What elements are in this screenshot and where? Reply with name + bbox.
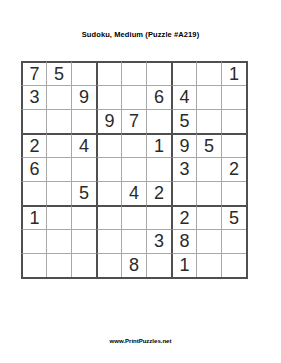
cell-r7c3[interactable] bbox=[71, 205, 96, 229]
cell-r8c1[interactable] bbox=[21, 229, 46, 253]
cell-r6c2[interactable] bbox=[46, 181, 71, 205]
cell-r4c3[interactable]: 4 bbox=[71, 133, 96, 157]
cell-r1c4[interactable] bbox=[96, 61, 121, 85]
cell-r2c8[interactable] bbox=[196, 85, 221, 109]
cell-r5c2[interactable] bbox=[46, 157, 71, 181]
cell-r3c3[interactable] bbox=[71, 109, 96, 133]
footer-url: www.PrintPuzzles.net bbox=[0, 338, 281, 344]
puzzle-title: Sudoku, Medium (Puzzle #A219) bbox=[0, 30, 281, 39]
cell-r1c6[interactable] bbox=[146, 61, 171, 85]
cell-r9c9[interactable] bbox=[221, 253, 246, 277]
cell-r5c8[interactable] bbox=[196, 157, 221, 181]
cell-r4c4[interactable] bbox=[96, 133, 121, 157]
cell-r6c5[interactable]: 4 bbox=[121, 181, 146, 205]
cell-r8c7[interactable]: 8 bbox=[171, 229, 196, 253]
cell-r8c3[interactable] bbox=[71, 229, 96, 253]
cell-r9c4[interactable] bbox=[96, 253, 121, 277]
cell-r8c9[interactable] bbox=[221, 229, 246, 253]
cell-r4c8[interactable]: 5 bbox=[196, 133, 221, 157]
cell-r5c7[interactable]: 3 bbox=[171, 157, 196, 181]
cell-r5c4[interactable] bbox=[96, 157, 121, 181]
cell-r3c9[interactable] bbox=[221, 109, 246, 133]
cell-r2c6[interactable]: 6 bbox=[146, 85, 171, 109]
cell-r5c5[interactable] bbox=[121, 157, 146, 181]
cell-r8c5[interactable] bbox=[121, 229, 146, 253]
cell-r8c6[interactable]: 3 bbox=[146, 229, 171, 253]
cell-r3c8[interactable] bbox=[196, 109, 221, 133]
cell-r2c5[interactable] bbox=[121, 85, 146, 109]
cell-r8c2[interactable] bbox=[46, 229, 71, 253]
cell-r6c6[interactable]: 2 bbox=[146, 181, 171, 205]
cell-r7c7[interactable]: 2 bbox=[171, 205, 196, 229]
cell-r6c3[interactable]: 5 bbox=[71, 181, 96, 205]
cell-r7c8[interactable] bbox=[196, 205, 221, 229]
cell-r4c1[interactable]: 2 bbox=[21, 133, 46, 157]
cell-r1c1[interactable]: 7 bbox=[21, 61, 46, 85]
cell-r1c5[interactable] bbox=[121, 61, 146, 85]
cell-r1c8[interactable] bbox=[196, 61, 221, 85]
cell-r3c5[interactable]: 7 bbox=[121, 109, 146, 133]
cell-r5c3[interactable] bbox=[71, 157, 96, 181]
cell-r7c6[interactable] bbox=[146, 205, 171, 229]
cell-r7c5[interactable] bbox=[121, 205, 146, 229]
cell-r8c8[interactable] bbox=[196, 229, 221, 253]
cell-r7c1[interactable]: 1 bbox=[21, 205, 46, 229]
cell-r1c2[interactable]: 5 bbox=[46, 61, 71, 85]
cell-r6c8[interactable] bbox=[196, 181, 221, 205]
cell-r4c5[interactable] bbox=[121, 133, 146, 157]
cell-r5c9[interactable]: 2 bbox=[221, 157, 246, 181]
cell-r6c1[interactable] bbox=[21, 181, 46, 205]
cell-r3c4[interactable]: 9 bbox=[96, 109, 121, 133]
cell-r5c1[interactable]: 6 bbox=[21, 157, 46, 181]
cell-r2c2[interactable] bbox=[46, 85, 71, 109]
sudoku-board: 7513964975241956325421253881 bbox=[21, 61, 248, 279]
cell-r3c1[interactable] bbox=[21, 109, 46, 133]
cell-r9c6[interactable] bbox=[146, 253, 171, 277]
cell-r3c2[interactable] bbox=[46, 109, 71, 133]
cell-r1c9[interactable]: 1 bbox=[221, 61, 246, 85]
cell-r6c7[interactable] bbox=[171, 181, 196, 205]
cell-r1c3[interactable] bbox=[71, 61, 96, 85]
cell-r2c7[interactable]: 4 bbox=[171, 85, 196, 109]
cell-r3c7[interactable]: 5 bbox=[171, 109, 196, 133]
cell-r9c2[interactable] bbox=[46, 253, 71, 277]
page: Sudoku, Medium (Puzzle #A219) 7513964975… bbox=[0, 0, 281, 363]
cell-r2c4[interactable] bbox=[96, 85, 121, 109]
cell-r9c3[interactable] bbox=[71, 253, 96, 277]
cell-r6c4[interactable] bbox=[96, 181, 121, 205]
cell-r2c9[interactable] bbox=[221, 85, 246, 109]
cell-r4c6[interactable]: 1 bbox=[146, 133, 171, 157]
cell-r9c5[interactable]: 8 bbox=[121, 253, 146, 277]
cell-r8c4[interactable] bbox=[96, 229, 121, 253]
cell-r9c8[interactable] bbox=[196, 253, 221, 277]
cell-r9c1[interactable] bbox=[21, 253, 46, 277]
cell-r7c4[interactable] bbox=[96, 205, 121, 229]
cell-r2c3[interactable]: 9 bbox=[71, 85, 96, 109]
cell-r4c7[interactable]: 9 bbox=[171, 133, 196, 157]
cell-r6c9[interactable] bbox=[221, 181, 246, 205]
cell-r4c9[interactable] bbox=[221, 133, 246, 157]
cell-r7c2[interactable] bbox=[46, 205, 71, 229]
cell-r9c7[interactable]: 1 bbox=[171, 253, 196, 277]
cell-r3c6[interactable] bbox=[146, 109, 171, 133]
cell-r2c1[interactable]: 3 bbox=[21, 85, 46, 109]
cell-r7c9[interactable]: 5 bbox=[221, 205, 246, 229]
cell-r5c6[interactable] bbox=[146, 157, 171, 181]
cell-r1c7[interactable] bbox=[171, 61, 196, 85]
cell-r4c2[interactable] bbox=[46, 133, 71, 157]
